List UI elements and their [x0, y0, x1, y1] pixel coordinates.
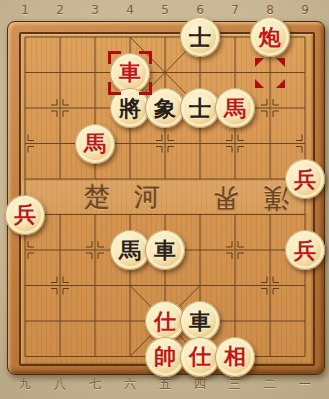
file-label-top-9: 9	[301, 3, 309, 17]
file-label-bottom-7: 三	[229, 376, 241, 393]
piece-black-horse[interactable]: 馬	[110, 230, 150, 270]
piece-glyph: 仕	[154, 310, 176, 332]
file-label-top-6: 6	[196, 3, 204, 17]
file-label-top-7: 7	[231, 3, 239, 17]
piece-glyph: 士	[189, 97, 211, 119]
piece-black-advisor[interactable]: 士	[180, 88, 220, 128]
piece-glyph: 仕	[189, 345, 211, 367]
file-label-bottom-2: 八	[54, 376, 66, 393]
file-label-bottom-9: 一	[299, 376, 311, 393]
piece-black-chariot[interactable]: 車	[145, 230, 185, 270]
file-label-bottom-6: 四	[194, 376, 206, 393]
piece-black-general[interactable]: 將	[110, 88, 150, 128]
river-label-left: 楚河	[60, 180, 184, 215]
piece-glyph: 兵	[294, 239, 316, 261]
file-label-bottom-8: 二	[264, 376, 276, 393]
piece-red-advisor[interactable]: 仕	[145, 301, 185, 341]
piece-glyph: 車	[154, 239, 176, 261]
piece-glyph: 象	[154, 97, 176, 119]
piece-red-horse[interactable]: 馬	[75, 124, 115, 164]
file-label-bottom-4: 六	[124, 376, 136, 393]
file-label-top-8: 8	[266, 3, 274, 17]
file-label-top-2: 2	[56, 3, 64, 17]
piece-glyph: 兵	[14, 203, 36, 225]
piece-red-advisor[interactable]: 仕	[180, 337, 220, 377]
file-label-bottom-3: 七	[89, 376, 101, 393]
piece-red-general[interactable]: 帥	[145, 337, 185, 377]
xiangqi-board-screen: 楚河 漢界 123456789 九八七六五四三二一 士炮車將象士馬馬兵兵馬車兵仕…	[0, 0, 329, 399]
piece-red-soldier[interactable]: 兵	[285, 230, 325, 270]
piece-red-horse[interactable]: 馬	[215, 88, 255, 128]
piece-red-chariot[interactable]: 車	[110, 53, 150, 93]
piece-black-advisor[interactable]: 士	[180, 17, 220, 57]
piece-glyph: 兵	[294, 168, 316, 190]
piece-glyph: 車	[119, 61, 141, 83]
piece-glyph: 相	[224, 345, 246, 367]
piece-glyph: 帥	[154, 345, 176, 367]
file-label-top-5: 5	[161, 3, 169, 17]
piece-black-elephant[interactable]: 象	[145, 88, 185, 128]
file-label-top-1: 1	[21, 3, 29, 17]
piece-glyph: 車	[189, 310, 211, 332]
file-label-top-4: 4	[126, 3, 134, 17]
piece-red-soldier[interactable]: 兵	[285, 159, 325, 199]
piece-glyph: 將	[119, 97, 141, 119]
file-label-bottom-1: 九	[19, 376, 31, 393]
file-label-bottom-5: 五	[159, 376, 171, 393]
piece-red-cannon[interactable]: 炮	[250, 17, 290, 57]
piece-black-chariot[interactable]: 車	[180, 301, 220, 341]
file-label-top-3: 3	[91, 3, 99, 17]
piece-red-elephant[interactable]: 相	[215, 337, 255, 377]
piece-glyph: 馬	[224, 97, 246, 119]
piece-red-soldier[interactable]: 兵	[5, 195, 45, 235]
piece-glyph: 士	[189, 26, 211, 48]
piece-glyph: 馬	[84, 132, 106, 154]
piece-glyph: 馬	[119, 239, 141, 261]
piece-glyph: 炮	[259, 26, 281, 48]
